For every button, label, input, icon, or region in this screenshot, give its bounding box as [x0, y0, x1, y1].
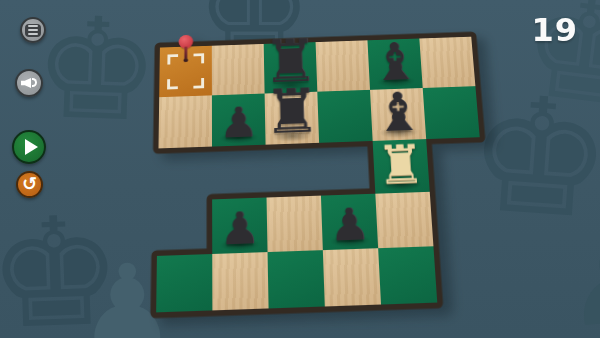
background-king-silhouette: ♚ — [0, 196, 125, 338]
target-brackets — [167, 54, 178, 64]
restart-icon: ↺ — [22, 175, 37, 193]
square-r5c5[interactable] — [378, 246, 437, 304]
black-pawn: ♟ — [219, 102, 258, 143]
black-bishop: ♝ — [372, 86, 424, 138]
target-brackets — [193, 53, 204, 63]
black-pawn: ♟ — [219, 207, 260, 251]
square-r5c4[interactable] — [323, 248, 381, 306]
menu-button[interactable] — [20, 17, 46, 43]
square-r2c3[interactable]: ♜ — [265, 92, 319, 145]
play-icon — [25, 139, 38, 155]
speaker-icon — [21, 76, 37, 90]
target-brackets — [167, 79, 178, 90]
background-king-silhouette: ♚ — [32, 0, 162, 142]
square-r2c1[interactable] — [158, 95, 212, 148]
sound-button[interactable] — [15, 69, 43, 97]
square-r1c2[interactable] — [212, 44, 265, 95]
restart-button[interactable]: ↺ — [16, 171, 43, 198]
square-r5c1[interactable] — [156, 254, 212, 312]
play-button[interactable] — [12, 130, 46, 164]
square-r3c5[interactable]: ♜ — [373, 139, 430, 194]
game-screen: ♚ ♚ ♚ ♚ ♚ ♟ ♟ ♜♝♟♜♝♜♟♟ ↺ 19 — [0, 0, 600, 338]
square-r2c2[interactable]: ♟ — [212, 94, 266, 147]
target-square[interactable] — [159, 46, 212, 97]
square-r4c4[interactable]: ♟ — [321, 194, 378, 250]
hamburger-icon — [25, 24, 41, 37]
black-rook: ♜ — [263, 83, 321, 142]
square-r5c3[interactable] — [268, 250, 325, 308]
square-r2c6[interactable] — [423, 86, 480, 139]
puzzle-board: ♜♝♟♜♝♜♟♟ — [156, 37, 493, 313]
target-brackets — [193, 78, 204, 89]
square-r5c2[interactable] — [212, 252, 268, 310]
level-number: 19 — [531, 11, 578, 49]
black-pawn: ♟ — [329, 203, 371, 247]
square-r1c6[interactable] — [419, 37, 475, 88]
square-r4c5[interactable] — [375, 192, 433, 248]
target-pin-icon — [179, 35, 194, 63]
white-rook[interactable]: ♜ — [375, 139, 426, 191]
square-r4c3[interactable] — [267, 196, 323, 252]
square-r2c4[interactable] — [317, 90, 372, 143]
background-pawn-silhouette: ♟ — [558, 208, 600, 338]
square-r4c2[interactable]: ♟ — [212, 198, 267, 254]
black-bishop: ♝ — [369, 37, 420, 87]
square-r1c4[interactable] — [316, 40, 370, 91]
